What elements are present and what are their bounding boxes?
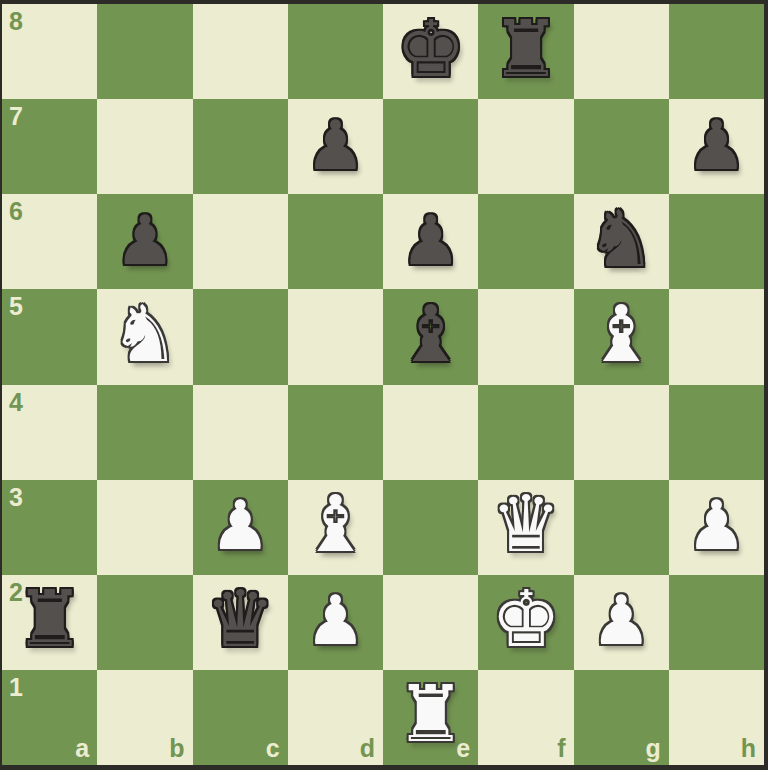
rank-label: 1 [9, 675, 23, 700]
square-f1[interactable]: f [478, 670, 573, 765]
square-e8[interactable]: ♚ [383, 4, 478, 99]
square-c2[interactable]: ♛ [193, 575, 288, 670]
square-a5[interactable]: 5 [2, 289, 97, 384]
square-a7[interactable]: 7 [2, 99, 97, 194]
square-e6[interactable]: ♟ [383, 194, 478, 289]
square-f5[interactable] [478, 289, 573, 384]
chess-board-frame: 8♚♜7♟♟6♟♟♞5♞♝♝43♟♝♛♟2♜♛♟♚♟1abcde♜fgh [0, 0, 768, 770]
square-e2[interactable] [383, 575, 478, 670]
square-g5[interactable]: ♝ [574, 289, 669, 384]
piece-white-knight[interactable]: ♞ [110, 295, 180, 373]
square-d2[interactable]: ♟ [288, 575, 383, 670]
square-f8[interactable]: ♜ [478, 4, 573, 99]
piece-white-pawn[interactable]: ♟ [591, 587, 652, 655]
square-g3[interactable] [574, 480, 669, 575]
piece-white-pawn[interactable]: ♟ [210, 492, 271, 560]
square-d4[interactable] [288, 385, 383, 480]
square-d7[interactable]: ♟ [288, 99, 383, 194]
rank-label: 3 [9, 485, 23, 510]
rank-label: 6 [9, 199, 23, 224]
piece-black-queen[interactable]: ♛ [205, 580, 275, 658]
square-h3[interactable]: ♟ [669, 480, 764, 575]
square-h1[interactable]: h [669, 670, 764, 765]
square-g6[interactable]: ♞ [574, 194, 669, 289]
square-b2[interactable] [97, 575, 192, 670]
square-g8[interactable] [574, 4, 669, 99]
square-a3[interactable]: 3 [2, 480, 97, 575]
piece-white-bishop[interactable]: ♝ [300, 485, 370, 563]
rank-label: 8 [9, 9, 23, 34]
square-a2[interactable]: 2♜ [2, 575, 97, 670]
square-b5[interactable]: ♞ [97, 289, 192, 384]
piece-white-queen[interactable]: ♛ [491, 485, 561, 563]
square-g4[interactable] [574, 385, 669, 480]
piece-black-rook[interactable]: ♜ [491, 10, 561, 88]
square-g7[interactable] [574, 99, 669, 194]
square-c8[interactable] [193, 4, 288, 99]
square-c6[interactable] [193, 194, 288, 289]
piece-black-pawn[interactable]: ♟ [400, 207, 461, 275]
piece-black-rook[interactable]: ♜ [15, 580, 85, 658]
square-e5[interactable]: ♝ [383, 289, 478, 384]
piece-black-bishop[interactable]: ♝ [396, 295, 466, 373]
piece-white-pawn[interactable]: ♟ [686, 492, 747, 560]
square-d6[interactable] [288, 194, 383, 289]
square-f3[interactable]: ♛ [478, 480, 573, 575]
square-b4[interactable] [97, 385, 192, 480]
file-label: a [75, 736, 89, 761]
piece-white-rook[interactable]: ♜ [396, 675, 466, 753]
piece-white-bishop[interactable]: ♝ [586, 295, 656, 373]
square-h7[interactable]: ♟ [669, 99, 764, 194]
rank-label: 5 [9, 294, 23, 319]
square-b6[interactable]: ♟ [97, 194, 192, 289]
square-f7[interactable] [478, 99, 573, 194]
square-c5[interactable] [193, 289, 288, 384]
piece-black-pawn[interactable]: ♟ [686, 112, 747, 180]
square-g2[interactable]: ♟ [574, 575, 669, 670]
square-g1[interactable]: g [574, 670, 669, 765]
piece-black-king[interactable]: ♚ [396, 10, 466, 88]
square-h8[interactable] [669, 4, 764, 99]
square-c3[interactable]: ♟ [193, 480, 288, 575]
file-label: h [741, 736, 756, 761]
square-d1[interactable]: d [288, 670, 383, 765]
rank-label: 4 [9, 390, 23, 415]
square-b7[interactable] [97, 99, 192, 194]
chess-board: 8♚♜7♟♟6♟♟♞5♞♝♝43♟♝♛♟2♜♛♟♚♟1abcde♜fgh [2, 4, 764, 765]
piece-white-king[interactable]: ♚ [491, 580, 561, 658]
square-e4[interactable] [383, 385, 478, 480]
piece-black-pawn[interactable]: ♟ [114, 207, 175, 275]
square-f2[interactable]: ♚ [478, 575, 573, 670]
square-e3[interactable] [383, 480, 478, 575]
square-f4[interactable] [478, 385, 573, 480]
file-label: g [645, 736, 660, 761]
square-d5[interactable] [288, 289, 383, 384]
file-label: c [266, 736, 280, 761]
square-a6[interactable]: 6 [2, 194, 97, 289]
piece-white-pawn[interactable]: ♟ [305, 587, 366, 655]
file-label: f [557, 736, 565, 761]
square-h6[interactable] [669, 194, 764, 289]
file-label: b [169, 736, 184, 761]
square-a8[interactable]: 8 [2, 4, 97, 99]
square-b3[interactable] [97, 480, 192, 575]
square-d3[interactable]: ♝ [288, 480, 383, 575]
piece-black-pawn[interactable]: ♟ [305, 112, 366, 180]
square-b1[interactable]: b [97, 670, 192, 765]
square-b8[interactable] [97, 4, 192, 99]
rank-label: 7 [9, 104, 23, 129]
square-c4[interactable] [193, 385, 288, 480]
square-c7[interactable] [193, 99, 288, 194]
square-e7[interactable] [383, 99, 478, 194]
square-e1[interactable]: e♜ [383, 670, 478, 765]
square-h4[interactable] [669, 385, 764, 480]
square-c1[interactable]: c [193, 670, 288, 765]
file-label: d [360, 736, 375, 761]
square-a1[interactable]: 1a [2, 670, 97, 765]
square-f6[interactable] [478, 194, 573, 289]
square-a4[interactable]: 4 [2, 385, 97, 480]
square-h2[interactable] [669, 575, 764, 670]
piece-black-knight[interactable]: ♞ [586, 200, 656, 278]
square-d8[interactable] [288, 4, 383, 99]
square-h5[interactable] [669, 289, 764, 384]
